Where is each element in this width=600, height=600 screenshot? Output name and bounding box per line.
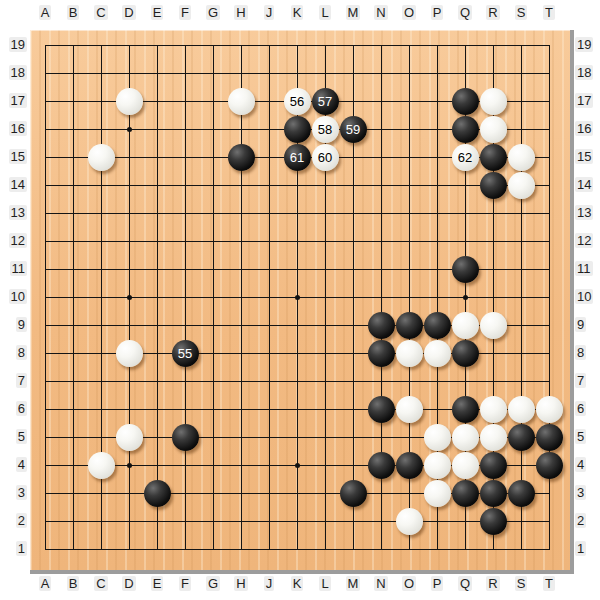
stone-black-N8[interactable] [368, 340, 395, 367]
coord-right-11: 11 [575, 261, 600, 277]
coord-top-A: A [33, 5, 57, 21]
stone-white-R9[interactable] [480, 312, 507, 339]
coord-left-6: 6 [2, 401, 27, 417]
coord-top-D: D [117, 5, 141, 21]
coord-bottom-H: H [229, 576, 253, 592]
coord-top-C: C [89, 5, 113, 21]
coord-left-10: 10 [2, 289, 27, 305]
coord-top-P: P [425, 5, 449, 21]
coord-top-L: L [313, 5, 337, 21]
coord-bottom-G: G [201, 576, 225, 592]
stone-white-R16[interactable] [480, 116, 507, 143]
coord-top-H: H [229, 5, 253, 21]
coord-right-3: 3 [575, 485, 600, 501]
coord-bottom-T: T [537, 576, 561, 592]
stone-black-Q17[interactable] [452, 88, 479, 115]
coord-top-T: T [537, 5, 561, 21]
stone-white-C4[interactable] [88, 452, 115, 479]
coord-left-14: 14 [2, 177, 27, 193]
stone-white-O6[interactable] [396, 396, 423, 423]
coord-right-12: 12 [575, 233, 600, 249]
coord-bottom-F: F [173, 576, 197, 592]
stone-white-R5[interactable] [480, 424, 507, 451]
stone-white-Q4[interactable] [452, 452, 479, 479]
stone-white-R6[interactable] [480, 396, 507, 423]
star-point-K10 [295, 295, 300, 300]
stone-white-D5[interactable] [116, 424, 143, 451]
move-number-label: 59 [346, 123, 360, 136]
grid-line [521, 45, 522, 550]
coord-right-14: 14 [575, 177, 600, 193]
coord-left-8: 8 [2, 345, 27, 361]
coord-right-9: 9 [575, 317, 600, 333]
stone-white-L15[interactable]: 60 [312, 144, 339, 171]
stone-white-P3[interactable] [424, 480, 451, 507]
coord-bottom-N: N [369, 576, 393, 592]
coord-bottom-B: B [61, 576, 85, 592]
stone-white-K17[interactable]: 56 [284, 88, 311, 115]
stone-black-N9[interactable] [368, 312, 395, 339]
stone-white-Q9[interactable] [452, 312, 479, 339]
stone-black-N6[interactable] [368, 396, 395, 423]
stone-black-H15[interactable] [228, 144, 255, 171]
stone-black-R15[interactable] [480, 144, 507, 171]
stone-white-P4[interactable] [424, 452, 451, 479]
stone-black-Q11[interactable] [452, 256, 479, 283]
coord-right-6: 6 [575, 401, 600, 417]
coord-right-18: 18 [575, 65, 600, 81]
coord-bottom-R: R [481, 576, 505, 592]
stone-white-D8[interactable] [116, 340, 143, 367]
coord-right-4: 4 [575, 457, 600, 473]
coord-right-13: 13 [575, 205, 600, 221]
coord-right-16: 16 [575, 121, 600, 137]
coord-bottom-A: A [33, 576, 57, 592]
stone-black-Q16[interactable] [452, 116, 479, 143]
coord-right-1: 1 [575, 541, 600, 557]
move-number-label: 62 [458, 151, 472, 164]
stone-black-P9[interactable] [424, 312, 451, 339]
stone-white-P8[interactable] [424, 340, 451, 367]
coord-top-K: K [285, 5, 309, 21]
coord-right-7: 7 [575, 373, 600, 389]
stone-black-R4[interactable] [480, 452, 507, 479]
coord-bottom-K: K [285, 576, 309, 592]
coord-bottom-J: J [257, 576, 281, 592]
stone-black-R14[interactable] [480, 172, 507, 199]
stone-black-L17[interactable]: 57 [312, 88, 339, 115]
stone-black-T5[interactable] [536, 424, 563, 451]
star-point-D10 [127, 295, 132, 300]
coord-right-8: 8 [575, 345, 600, 361]
stone-black-K16[interactable] [284, 116, 311, 143]
coord-bottom-C: C [89, 576, 113, 592]
move-number-label: 55 [178, 347, 192, 360]
star-point-D4 [127, 463, 132, 468]
star-point-K4 [295, 463, 300, 468]
stone-black-R3[interactable] [480, 480, 507, 507]
coord-bottom-E: E [145, 576, 169, 592]
coord-top-O: O [397, 5, 421, 21]
coord-top-S: S [509, 5, 533, 21]
grid-line [45, 521, 550, 522]
coord-right-2: 2 [575, 513, 600, 529]
stone-black-T4[interactable] [536, 452, 563, 479]
coord-left-15: 15 [2, 149, 27, 165]
stone-white-C15[interactable] [88, 144, 115, 171]
stone-white-Q15[interactable]: 62 [452, 144, 479, 171]
stone-white-O2[interactable] [396, 508, 423, 535]
stone-black-M16[interactable]: 59 [340, 116, 367, 143]
stone-white-P5[interactable] [424, 424, 451, 451]
stone-white-L16[interactable]: 58 [312, 116, 339, 143]
coord-left-12: 12 [2, 233, 27, 249]
stone-white-R17[interactable] [480, 88, 507, 115]
coord-bottom-Q: Q [453, 576, 477, 592]
stone-white-H17[interactable] [228, 88, 255, 115]
stone-black-E3[interactable] [144, 480, 171, 507]
coord-bottom-D: D [117, 576, 141, 592]
move-number-label: 60 [318, 151, 332, 164]
coord-right-15: 15 [575, 149, 600, 165]
coord-left-3: 3 [2, 485, 27, 501]
coord-bottom-L: L [313, 576, 337, 592]
coord-top-J: J [257, 5, 281, 21]
coord-top-G: G [201, 5, 225, 21]
go-board[interactable]: 5657585961606255 [30, 30, 574, 574]
go-game-window: ABCDEFGHJKLMNOPQRST ABCDEFGHJKLMNOPQRST … [0, 0, 600, 600]
stone-black-N4[interactable] [368, 452, 395, 479]
coord-left-2: 2 [2, 513, 27, 529]
move-number-label: 56 [290, 95, 304, 108]
coord-top-E: E [145, 5, 169, 21]
stone-white-T6[interactable] [536, 396, 563, 423]
stone-white-S6[interactable] [508, 396, 535, 423]
stone-white-Q5[interactable] [452, 424, 479, 451]
coord-left-1: 1 [2, 541, 27, 557]
coord-top-F: F [173, 5, 197, 21]
coord-left-4: 4 [2, 457, 27, 473]
coord-top-R: R [481, 5, 505, 21]
stone-black-O9[interactable] [396, 312, 423, 339]
coord-top-Q: Q [453, 5, 477, 21]
coord-right-5: 5 [575, 429, 600, 445]
coord-left-7: 7 [2, 373, 27, 389]
move-number-label: 61 [290, 151, 304, 164]
stone-white-D17[interactable] [116, 88, 143, 115]
stone-black-K15[interactable]: 61 [284, 144, 311, 171]
coord-top-M: M [341, 5, 365, 21]
coord-right-17: 17 [575, 93, 600, 109]
coord-bottom-S: S [509, 576, 533, 592]
stone-black-Q6[interactable] [452, 396, 479, 423]
stone-black-R2[interactable] [480, 508, 507, 535]
coord-left-11: 11 [2, 261, 27, 277]
stone-black-S5[interactable] [508, 424, 535, 451]
coord-right-19: 19 [575, 37, 600, 53]
coord-top-N: N [369, 5, 393, 21]
grid-line [45, 381, 550, 382]
stone-black-M3[interactable] [340, 480, 367, 507]
coord-bottom-M: M [341, 576, 365, 592]
coord-bottom-O: O [397, 576, 421, 592]
stone-black-F8[interactable]: 55 [172, 340, 199, 367]
stone-black-O4[interactable] [396, 452, 423, 479]
coord-top-B: B [61, 5, 85, 21]
move-number-label: 57 [318, 95, 332, 108]
coord-right-10: 10 [575, 289, 600, 305]
star-point-D16 [127, 127, 132, 132]
stone-white-S14[interactable] [508, 172, 535, 199]
coord-left-18: 18 [2, 65, 27, 81]
stone-white-S15[interactable] [508, 144, 535, 171]
coord-left-13: 13 [2, 205, 27, 221]
stone-black-S3[interactable] [508, 480, 535, 507]
coord-left-5: 5 [2, 429, 27, 445]
star-point-Q10 [463, 295, 468, 300]
coord-left-9: 9 [2, 317, 27, 333]
stone-black-F5[interactable] [172, 424, 199, 451]
coord-left-17: 17 [2, 93, 27, 109]
move-number-label: 58 [318, 123, 332, 136]
grid-line [45, 549, 550, 550]
coord-bottom-P: P [425, 576, 449, 592]
stone-black-Q3[interactable] [452, 480, 479, 507]
stone-black-Q8[interactable] [452, 340, 479, 367]
stone-white-O8[interactable] [396, 340, 423, 367]
coord-left-19: 19 [2, 37, 27, 53]
coord-left-16: 16 [2, 121, 27, 137]
